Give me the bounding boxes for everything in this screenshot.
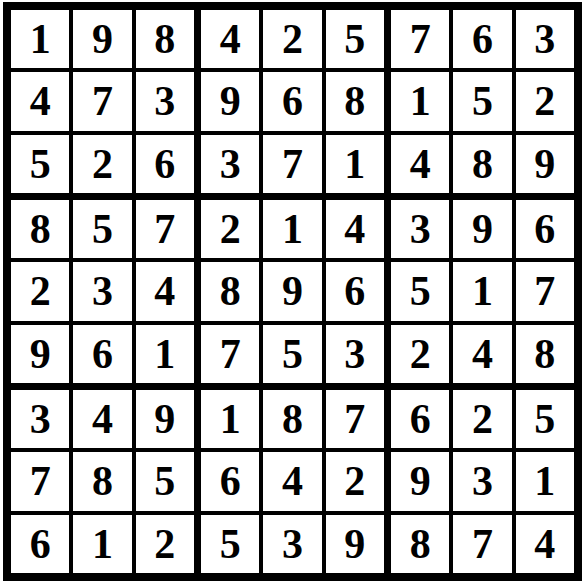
cell-r4c6[interactable]: 4 [324,198,386,260]
cell-r5c6[interactable]: 6 [324,260,386,322]
cell-r4c3[interactable]: 7 [134,198,196,260]
cell-r9c4[interactable]: 5 [199,513,261,575]
cell-r6c1[interactable]: 9 [9,323,71,385]
cell-r7c8[interactable]: 2 [451,388,513,450]
cell-r1c1[interactable]: 1 [9,8,71,70]
cell-r5c1[interactable]: 2 [9,260,71,322]
cell-r8c7[interactable]: 9 [389,450,451,512]
cell-r9c8[interactable]: 7 [451,513,513,575]
cell-r4c1[interactable]: 8 [9,198,71,260]
cell-r1c6[interactable]: 5 [324,8,386,70]
cell-r3c8[interactable]: 8 [451,133,513,195]
cell-r1c8[interactable]: 6 [451,8,513,70]
cell-r1c9[interactable]: 3 [514,8,576,70]
cell-r2c3[interactable]: 3 [134,70,196,132]
cell-r8c4[interactable]: 6 [199,450,261,512]
cell-r9c5[interactable]: 3 [261,513,323,575]
cell-r6c9[interactable]: 8 [514,323,576,385]
cell-r9c9[interactable]: 4 [514,513,576,575]
cell-r3c6[interactable]: 1 [324,133,386,195]
cell-r1c2[interactable]: 9 [71,8,133,70]
cell-r7c2[interactable]: 4 [71,388,133,450]
cell-r9c3[interactable]: 2 [134,513,196,575]
cell-r5c9[interactable]: 7 [514,260,576,322]
cell-r8c5[interactable]: 4 [261,450,323,512]
cell-r7c5[interactable]: 8 [261,388,323,450]
cell-r9c1[interactable]: 6 [9,513,71,575]
cell-r9c6[interactable]: 9 [324,513,386,575]
cell-r7c9[interactable]: 5 [514,388,576,450]
cell-r8c1[interactable]: 7 [9,450,71,512]
cell-r5c3[interactable]: 4 [134,260,196,322]
cell-r5c8[interactable]: 1 [451,260,513,322]
cell-r6c5[interactable]: 5 [261,323,323,385]
cell-r2c2[interactable]: 7 [71,70,133,132]
cell-r5c5[interactable]: 9 [261,260,323,322]
cell-r1c3[interactable]: 8 [134,8,196,70]
box-4: 857234961 [9,198,196,385]
box-3: 763152489 [389,8,576,195]
cell-r6c4[interactable]: 7 [199,323,261,385]
cell-r2c1[interactable]: 4 [9,70,71,132]
box-8: 187642539 [199,388,386,575]
cell-r6c7[interactable]: 2 [389,323,451,385]
cell-r6c8[interactable]: 4 [451,323,513,385]
cell-r4c7[interactable]: 3 [389,198,451,260]
cell-r8c2[interactable]: 8 [71,450,133,512]
sudoku-board: 1984735264259683717631524898572349612148… [3,2,582,581]
cell-r3c1[interactable]: 5 [9,133,71,195]
cell-r3c3[interactable]: 6 [134,133,196,195]
cell-r7c4[interactable]: 1 [199,388,261,450]
cell-r2c4[interactable]: 9 [199,70,261,132]
cell-r7c6[interactable]: 7 [324,388,386,450]
cell-r4c9[interactable]: 6 [514,198,576,260]
box-2: 425968371 [199,8,386,195]
cell-r6c6[interactable]: 3 [324,323,386,385]
cell-r5c2[interactable]: 3 [71,260,133,322]
cell-r3c2[interactable]: 2 [71,133,133,195]
cell-r5c7[interactable]: 5 [389,260,451,322]
cell-r1c5[interactable]: 2 [261,8,323,70]
cell-r7c7[interactable]: 6 [389,388,451,450]
cell-r3c7[interactable]: 4 [389,133,451,195]
cell-r8c8[interactable]: 3 [451,450,513,512]
cell-r4c2[interactable]: 5 [71,198,133,260]
box-1: 198473526 [9,8,196,195]
cell-r3c9[interactable]: 9 [514,133,576,195]
cell-r8c3[interactable]: 5 [134,450,196,512]
box-5: 214896753 [199,198,386,385]
cell-r2c6[interactable]: 8 [324,70,386,132]
cell-r2c8[interactable]: 5 [451,70,513,132]
box-9: 625931874 [389,388,576,575]
cell-r4c4[interactable]: 2 [199,198,261,260]
cell-r1c4[interactable]: 4 [199,8,261,70]
cell-r4c5[interactable]: 1 [261,198,323,260]
box-6: 396517248 [389,198,576,385]
cell-r7c3[interactable]: 9 [134,388,196,450]
cell-r2c7[interactable]: 1 [389,70,451,132]
cell-r1c7[interactable]: 7 [389,8,451,70]
cell-r6c3[interactable]: 1 [134,323,196,385]
cell-r4c8[interactable]: 9 [451,198,513,260]
box-7: 349785612 [9,388,196,575]
cell-r2c9[interactable]: 2 [514,70,576,132]
cell-r9c2[interactable]: 1 [71,513,133,575]
cell-r8c9[interactable]: 1 [514,450,576,512]
cell-r5c4[interactable]: 8 [199,260,261,322]
cell-r3c4[interactable]: 3 [199,133,261,195]
cell-r8c6[interactable]: 2 [324,450,386,512]
cell-r7c1[interactable]: 3 [9,388,71,450]
cell-r3c5[interactable]: 7 [261,133,323,195]
cell-r6c2[interactable]: 6 [71,323,133,385]
cell-r2c5[interactable]: 6 [261,70,323,132]
cell-r9c7[interactable]: 8 [389,513,451,575]
